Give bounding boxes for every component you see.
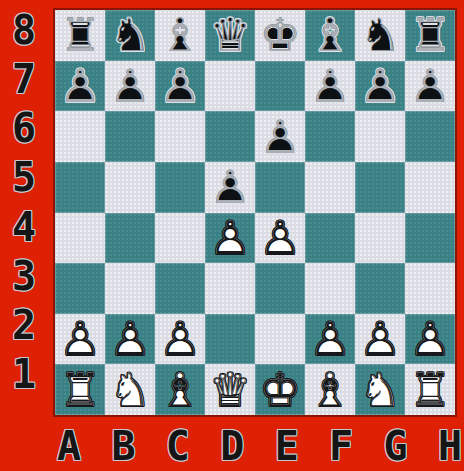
square-f7[interactable]: ♟♙	[305, 61, 355, 112]
piece-detail: ♖	[405, 364, 455, 415]
piece-white-pawn[interactable]: ♟♙	[305, 314, 355, 365]
piece-detail: ♙	[405, 314, 455, 365]
piece-detail: ♘	[105, 364, 155, 415]
piece-black-king[interactable]: ♚♔	[255, 10, 305, 61]
piece-detail: ♔	[255, 364, 305, 415]
piece-black-pawn[interactable]: ♟♙	[205, 162, 255, 213]
piece-detail: ♙	[205, 213, 255, 264]
square-b7[interactable]: ♟♙	[105, 61, 155, 112]
rank-label-5: 5	[6, 159, 42, 195]
piece-detail: ♙	[105, 61, 155, 112]
square-d3[interactable]	[205, 263, 255, 314]
file-label-b: B	[105, 428, 141, 464]
piece-black-knight[interactable]: ♞♘	[355, 10, 405, 61]
square-h3[interactable]	[405, 263, 455, 314]
square-f8[interactable]: ♝♗	[305, 10, 355, 61]
rank-label-2: 2	[6, 307, 42, 343]
square-d1[interactable]: ♛♕	[205, 364, 255, 415]
square-h4[interactable]	[405, 213, 455, 264]
square-c3[interactable]	[155, 263, 205, 314]
square-a8[interactable]: ♜♖	[55, 10, 105, 61]
square-c1[interactable]: ♝♗	[155, 364, 205, 415]
square-a2[interactable]: ♟♙	[55, 314, 105, 365]
piece-detail: ♙	[305, 314, 355, 365]
square-b5[interactable]	[105, 162, 155, 213]
piece-white-pawn[interactable]: ♟♙	[205, 213, 255, 264]
piece-black-pawn[interactable]: ♟♙	[155, 61, 205, 112]
square-e4[interactable]: ♟♙	[255, 213, 305, 264]
square-h1[interactable]: ♜♖	[405, 364, 455, 415]
piece-detail: ♙	[105, 314, 155, 365]
piece-detail: ♘	[355, 10, 405, 61]
piece-black-knight[interactable]: ♞♘	[105, 10, 155, 61]
piece-black-rook[interactable]: ♜♖	[55, 10, 105, 61]
piece-detail: ♙	[55, 314, 105, 365]
square-d2[interactable]	[205, 314, 255, 365]
square-b4[interactable]	[105, 213, 155, 264]
rank-label-7: 7	[6, 61, 42, 97]
piece-black-pawn[interactable]: ♟♙	[255, 111, 305, 162]
square-b2[interactable]: ♟♙	[105, 314, 155, 365]
piece-white-bishop[interactable]: ♝♗	[305, 364, 355, 415]
piece-detail: ♙	[205, 162, 255, 213]
square-e3[interactable]	[255, 263, 305, 314]
square-e5[interactable]	[255, 162, 305, 213]
square-d6[interactable]	[205, 111, 255, 162]
piece-white-pawn[interactable]: ♟♙	[355, 314, 405, 365]
piece-black-pawn[interactable]: ♟♙	[305, 61, 355, 112]
piece-black-pawn[interactable]: ♟♙	[355, 61, 405, 112]
piece-detail: ♘	[355, 364, 405, 415]
square-c7[interactable]: ♟♙	[155, 61, 205, 112]
square-a6[interactable]	[55, 111, 105, 162]
square-c6[interactable]	[155, 111, 205, 162]
piece-white-pawn[interactable]: ♟♙	[55, 314, 105, 365]
piece-detail: ♙	[155, 61, 205, 112]
piece-white-pawn[interactable]: ♟♙	[405, 314, 455, 365]
square-b3[interactable]	[105, 263, 155, 314]
square-g2[interactable]: ♟♙	[355, 314, 405, 365]
file-label-a: A	[51, 428, 87, 464]
piece-detail: ♗	[155, 364, 205, 415]
piece-detail: ♙	[155, 314, 205, 365]
piece-black-queen[interactable]: ♛♕	[205, 10, 255, 61]
piece-white-king[interactable]: ♚♔	[255, 364, 305, 415]
rank-label-4: 4	[6, 209, 42, 245]
square-b8[interactable]: ♞♘	[105, 10, 155, 61]
square-c4[interactable]	[155, 213, 205, 264]
piece-detail: ♗	[305, 364, 355, 415]
file-label-g: G	[378, 428, 414, 464]
file-label-f: F	[323, 428, 359, 464]
square-f1[interactable]: ♝♗	[305, 364, 355, 415]
piece-detail: ♕	[205, 364, 255, 415]
piece-detail: ♙	[255, 111, 305, 162]
square-f5[interactable]	[305, 162, 355, 213]
square-c5[interactable]	[155, 162, 205, 213]
piece-white-pawn[interactable]: ♟♙	[105, 314, 155, 365]
piece-white-knight[interactable]: ♞♘	[105, 364, 155, 415]
piece-detail: ♖	[55, 364, 105, 415]
square-g6[interactable]	[355, 111, 405, 162]
square-g3[interactable]	[355, 263, 405, 314]
square-d8[interactable]: ♛♕	[205, 10, 255, 61]
square-h8[interactable]: ♜♖	[405, 10, 455, 61]
piece-detail: ♕	[205, 10, 255, 61]
piece-detail: ♗	[305, 10, 355, 61]
square-a5[interactable]	[55, 162, 105, 213]
piece-white-queen[interactable]: ♛♕	[205, 364, 255, 415]
square-e8[interactable]: ♚♔	[255, 10, 305, 61]
piece-white-knight[interactable]: ♞♘	[355, 364, 405, 415]
square-d7[interactable]	[205, 61, 255, 112]
square-h7[interactable]: ♟♙	[405, 61, 455, 112]
square-f2[interactable]: ♟♙	[305, 314, 355, 365]
piece-detail: ♙	[355, 314, 405, 365]
square-a7[interactable]: ♟♙	[55, 61, 105, 112]
square-e2[interactable]	[255, 314, 305, 365]
piece-detail: ♙	[305, 61, 355, 112]
square-e6[interactable]: ♟♙	[255, 111, 305, 162]
file-label-h: H	[432, 428, 464, 464]
chess-board: ♜♖♞♘♝♗♛♕♚♔♝♗♞♘♜♖♟♙♟♙♟♙♟♙♟♙♟♙♟♙♟♙♟♙♟♙♟♙♟♙…	[53, 8, 457, 417]
piece-white-bishop[interactable]: ♝♗	[155, 364, 205, 415]
square-e1[interactable]: ♚♔	[255, 364, 305, 415]
piece-detail: ♙	[405, 61, 455, 112]
square-h2[interactable]: ♟♙	[405, 314, 455, 365]
piece-detail: ♙	[355, 61, 405, 112]
square-h6[interactable]	[405, 111, 455, 162]
piece-black-pawn[interactable]: ♟♙	[55, 61, 105, 112]
piece-black-bishop[interactable]: ♝♗	[305, 10, 355, 61]
square-g8[interactable]: ♞♘	[355, 10, 405, 61]
piece-detail: ♔	[255, 10, 305, 61]
rank-label-3: 3	[6, 258, 42, 294]
square-d4[interactable]: ♟♙	[205, 213, 255, 264]
square-f6[interactable]	[305, 111, 355, 162]
rank-label-8: 8	[6, 12, 42, 48]
square-g1[interactable]: ♞♘	[355, 364, 405, 415]
square-a1[interactable]: ♜♖	[55, 364, 105, 415]
rank-label-6: 6	[6, 110, 42, 146]
piece-black-bishop[interactable]: ♝♗	[155, 10, 205, 61]
piece-detail: ♖	[55, 10, 105, 61]
piece-detail: ♙	[255, 213, 305, 264]
square-h5[interactable]	[405, 162, 455, 213]
file-label-d: D	[214, 428, 250, 464]
square-e7[interactable]	[255, 61, 305, 112]
square-b6[interactable]	[105, 111, 155, 162]
square-a4[interactable]	[55, 213, 105, 264]
rank-label-1: 1	[6, 356, 42, 392]
square-a3[interactable]	[55, 263, 105, 314]
square-d5[interactable]: ♟♙	[205, 162, 255, 213]
file-label-e: E	[269, 428, 305, 464]
square-g4[interactable]	[355, 213, 405, 264]
square-g7[interactable]: ♟♙	[355, 61, 405, 112]
piece-white-pawn[interactable]: ♟♙	[255, 213, 305, 264]
piece-detail: ♖	[405, 10, 455, 61]
piece-black-pawn[interactable]: ♟♙	[405, 61, 455, 112]
file-label-c: C	[160, 428, 196, 464]
square-f3[interactable]	[305, 263, 355, 314]
square-g5[interactable]	[355, 162, 405, 213]
piece-white-rook[interactable]: ♜♖	[55, 364, 105, 415]
piece-black-rook[interactable]: ♜♖	[405, 10, 455, 61]
piece-detail: ♙	[55, 61, 105, 112]
piece-white-rook[interactable]: ♜♖	[405, 364, 455, 415]
piece-white-pawn[interactable]: ♟♙	[155, 314, 205, 365]
square-c2[interactable]: ♟♙	[155, 314, 205, 365]
square-c8[interactable]: ♝♗	[155, 10, 205, 61]
piece-black-pawn[interactable]: ♟♙	[105, 61, 155, 112]
square-f4[interactable]	[305, 213, 355, 264]
chess-app: ♜♖♞♘♝♗♛♕♚♔♝♗♞♘♜♖♟♙♟♙♟♙♟♙♟♙♟♙♟♙♟♙♟♙♟♙♟♙♟♙…	[0, 0, 464, 471]
piece-detail: ♗	[155, 10, 205, 61]
square-b1[interactable]: ♞♘	[105, 364, 155, 415]
piece-detail: ♘	[105, 10, 155, 61]
